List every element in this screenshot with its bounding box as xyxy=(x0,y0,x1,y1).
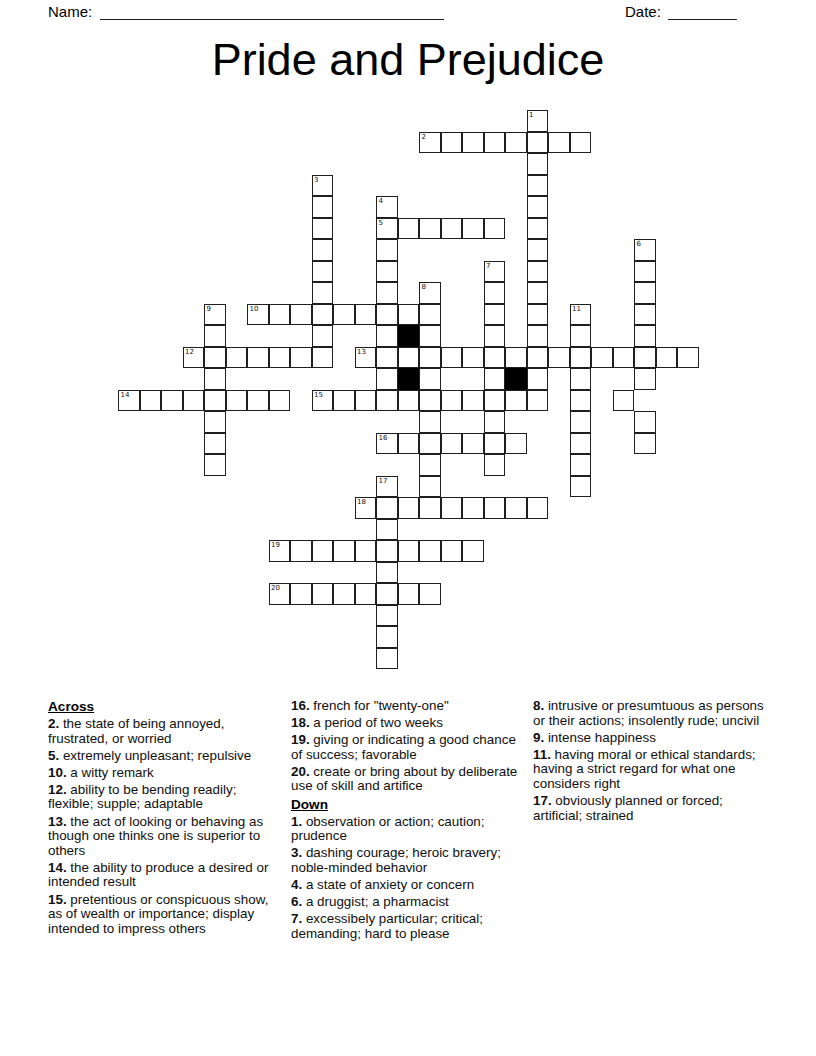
grid-cell[interactable]: 11 xyxy=(570,304,592,326)
grid-cell[interactable] xyxy=(290,304,312,326)
cell-number: 16 xyxy=(379,434,388,442)
cell-number: 15 xyxy=(314,391,323,399)
clue: 6. a druggist; a pharmacist xyxy=(291,895,527,910)
grid-cell[interactable] xyxy=(527,218,549,240)
grid-cell[interactable] xyxy=(376,626,398,648)
crossword-grid: 1234567891011121314151617181920 xyxy=(118,110,699,669)
grid-cell[interactable] xyxy=(312,218,334,240)
clue-column-3: 8. intrusive or presumtuous as persons o… xyxy=(533,699,769,826)
grid-cell[interactable] xyxy=(269,347,291,369)
grid-cell[interactable] xyxy=(312,196,334,218)
clue-number: 19. xyxy=(291,732,313,747)
grid-cell[interactable] xyxy=(634,282,656,304)
grid-cell[interactable] xyxy=(183,390,205,412)
grid-cell[interactable] xyxy=(441,390,463,412)
grid-cell[interactable] xyxy=(376,583,398,605)
grid-cell[interactable]: 9 xyxy=(204,304,226,326)
grid-cell[interactable] xyxy=(204,390,226,412)
grid-cell-black xyxy=(398,368,420,390)
grid-cell[interactable] xyxy=(570,454,592,476)
grid-cell[interactable] xyxy=(355,583,377,605)
clue: 2. the state of being annoyed, frustrate… xyxy=(48,717,284,746)
grid-cell[interactable] xyxy=(161,390,183,412)
cell-number: 20 xyxy=(271,584,280,592)
grid-cell[interactable] xyxy=(527,497,549,519)
grid-cell[interactable] xyxy=(398,497,420,519)
grid-cell-black xyxy=(505,368,527,390)
grid-cell[interactable] xyxy=(634,304,656,326)
grid-cell[interactable] xyxy=(462,433,484,455)
clue: 18. a period of two weeks xyxy=(291,716,527,731)
grid-cell[interactable]: 8 xyxy=(419,282,441,304)
grid-cell[interactable] xyxy=(290,583,312,605)
grid-cell[interactable]: 3 xyxy=(312,175,334,197)
grid-cell[interactable] xyxy=(613,390,635,412)
grid-cell[interactable] xyxy=(570,132,592,154)
grid-cell[interactable] xyxy=(376,390,398,412)
clue: 7. excessibely particular; critical; dem… xyxy=(291,912,527,941)
grid-cell[interactable] xyxy=(484,304,506,326)
cell-number: 2 xyxy=(422,133,426,141)
clue-section-header: Down xyxy=(291,797,527,812)
date-field[interactable] xyxy=(668,19,737,20)
grid-cell[interactable]: 16 xyxy=(376,433,398,455)
grid-cell[interactable] xyxy=(333,540,355,562)
grid-cell-black xyxy=(398,325,420,347)
grid-cell[interactable] xyxy=(355,304,377,326)
grid-cell[interactable]: 2 xyxy=(419,132,441,154)
grid-cell[interactable] xyxy=(505,390,527,412)
grid-cell[interactable] xyxy=(527,347,549,369)
grid-cell[interactable] xyxy=(634,347,656,369)
grid-cell[interactable] xyxy=(398,390,420,412)
clue-number: 7. xyxy=(291,911,306,926)
grid-cell[interactable] xyxy=(312,304,334,326)
clue-number: 17. xyxy=(533,793,555,808)
worksheet-title: Pride and Prejudice xyxy=(0,34,816,86)
grid-cell[interactable] xyxy=(398,583,420,605)
grid-cell[interactable] xyxy=(527,153,549,175)
grid-cell[interactable] xyxy=(484,497,506,519)
grid-cell[interactable] xyxy=(441,540,463,562)
grid-cell[interactable]: 19 xyxy=(269,540,291,562)
clue-number: 16. xyxy=(291,698,313,713)
clue: 4. a state of anxiety or concern xyxy=(291,878,527,893)
cell-number: 17 xyxy=(379,477,388,485)
date-label: Date: xyxy=(625,3,661,20)
cell-number: 11 xyxy=(572,305,581,313)
grid-cell[interactable] xyxy=(376,519,398,541)
grid-cell[interactable] xyxy=(634,411,656,433)
grid-cell[interactable] xyxy=(484,368,506,390)
cell-number: 9 xyxy=(207,305,211,313)
grid-cell[interactable] xyxy=(527,282,549,304)
grid-cell[interactable] xyxy=(419,368,441,390)
grid-cell[interactable] xyxy=(484,282,506,304)
grid-cell[interactable] xyxy=(204,411,226,433)
grid-cell[interactable] xyxy=(613,347,635,369)
grid-cell[interactable] xyxy=(441,347,463,369)
grid-cell[interactable] xyxy=(419,454,441,476)
grid-cell[interactable]: 13 xyxy=(355,347,377,369)
grid-cell[interactable] xyxy=(527,239,549,261)
grid-cell[interactable] xyxy=(312,540,334,562)
grid-cell[interactable] xyxy=(290,540,312,562)
grid-cell[interactable]: 12 xyxy=(183,347,205,369)
cell-number: 4 xyxy=(379,197,383,205)
grid-cell[interactable] xyxy=(570,325,592,347)
grid-cell[interactable] xyxy=(398,347,420,369)
grid-cell[interactable] xyxy=(376,497,398,519)
cell-number: 8 xyxy=(422,283,426,291)
grid-cell[interactable]: 1 xyxy=(527,110,549,132)
grid-cell[interactable] xyxy=(419,583,441,605)
grid-cell[interactable] xyxy=(204,347,226,369)
grid-cell[interactable] xyxy=(527,325,549,347)
clue: 20. create or bring about by deliberate … xyxy=(291,765,527,794)
clue-number: 10. xyxy=(48,765,70,780)
clue-number: 13. xyxy=(48,814,70,829)
grid-cell[interactable] xyxy=(527,368,549,390)
grid-cell[interactable] xyxy=(527,175,549,197)
clue-number: 2. xyxy=(48,716,63,731)
grid-cell[interactable]: 14 xyxy=(118,390,140,412)
grid-cell[interactable] xyxy=(226,390,248,412)
clue: 3. dashing courage; heroic bravery; nobl… xyxy=(291,846,527,875)
grid-cell[interactable] xyxy=(570,390,592,412)
clue: 15. pretentious or conspicuous show, as … xyxy=(48,893,284,937)
grid-cell[interactable] xyxy=(462,347,484,369)
clue-number: 3. xyxy=(291,845,306,860)
grid-cell[interactable] xyxy=(634,325,656,347)
cell-number: 5 xyxy=(379,219,383,227)
grid-cell[interactable] xyxy=(484,411,506,433)
grid-cell[interactable] xyxy=(204,454,226,476)
grid-cell[interactable] xyxy=(140,390,162,412)
grid-cell[interactable] xyxy=(419,411,441,433)
grid-cell[interactable] xyxy=(441,132,463,154)
grid-cell[interactable] xyxy=(505,347,527,369)
grid-cell[interactable] xyxy=(247,347,269,369)
grid-cell[interactable]: 20 xyxy=(269,583,291,605)
grid-cell[interactable] xyxy=(570,411,592,433)
grid-cell[interactable] xyxy=(333,583,355,605)
grid-cell[interactable] xyxy=(419,433,441,455)
clue-number: 14. xyxy=(48,860,70,875)
clue-section-header: Across xyxy=(48,699,284,714)
clue: 5. extremely unpleasant; repulsive xyxy=(48,749,284,764)
clue: 16. french for "twenty-one" xyxy=(291,699,527,714)
cell-number: 6 xyxy=(637,240,641,248)
grid-cell[interactable] xyxy=(398,304,420,326)
grid-cell[interactable] xyxy=(312,261,334,283)
grid-cell[interactable] xyxy=(570,476,592,498)
grid-cell[interactable] xyxy=(376,540,398,562)
cell-number: 3 xyxy=(314,176,318,184)
clue: 17. obviously planned or forced; artific… xyxy=(533,794,769,823)
clue-number: 6. xyxy=(291,894,306,909)
grid-cell[interactable] xyxy=(548,347,570,369)
grid-cell[interactable] xyxy=(376,605,398,627)
grid-cell[interactable] xyxy=(634,368,656,390)
grid-cell[interactable]: 5 xyxy=(376,218,398,240)
clue-column-2: 16. french for "twenty-one"18. a period … xyxy=(291,699,527,944)
grid-cell[interactable] xyxy=(204,368,226,390)
grid-cell[interactable] xyxy=(269,390,291,412)
clue: 13. the act of looking or behaving as th… xyxy=(48,815,284,859)
grid-cell[interactable] xyxy=(484,132,506,154)
clue-number: 20. xyxy=(291,764,313,779)
grid-cell[interactable] xyxy=(376,261,398,283)
cell-number: 14 xyxy=(121,391,130,399)
grid-cell[interactable] xyxy=(376,304,398,326)
grid-cell[interactable]: 7 xyxy=(484,261,506,283)
grid-cell[interactable] xyxy=(333,390,355,412)
grid-cell[interactable] xyxy=(462,132,484,154)
grid-cell[interactable] xyxy=(376,239,398,261)
grid-cell[interactable] xyxy=(484,325,506,347)
grid-cell[interactable]: 15 xyxy=(312,390,334,412)
grid-cell[interactable] xyxy=(312,583,334,605)
grid-cell[interactable] xyxy=(312,239,334,261)
grid-cell[interactable]: 6 xyxy=(634,239,656,261)
grid-cell[interactable] xyxy=(441,497,463,519)
clue: 14. the ability to produce a desired or … xyxy=(48,861,284,890)
clue: 12. ability to be bending readily; flexi… xyxy=(48,783,284,812)
grid-cell[interactable] xyxy=(376,282,398,304)
clue-number: 12. xyxy=(48,782,70,797)
grid-cell[interactable] xyxy=(527,390,549,412)
name-label: Name: xyxy=(48,3,92,20)
grid-cell[interactable] xyxy=(484,433,506,455)
clue: 8. intrusive or presumtuous as persons o… xyxy=(533,699,769,728)
grid-cell[interactable] xyxy=(441,433,463,455)
grid-cell[interactable] xyxy=(484,218,506,240)
grid-cell[interactable] xyxy=(376,347,398,369)
grid-cell[interactable] xyxy=(505,497,527,519)
grid-cell[interactable] xyxy=(333,304,355,326)
grid-cell[interactable] xyxy=(376,325,398,347)
grid-cell[interactable] xyxy=(462,390,484,412)
cell-number: 13 xyxy=(357,348,366,356)
grid-cell[interactable] xyxy=(376,368,398,390)
grid-cell[interactable] xyxy=(484,454,506,476)
grid-cell[interactable] xyxy=(527,261,549,283)
grid-cell[interactable] xyxy=(419,540,441,562)
grid-cell[interactable] xyxy=(355,390,377,412)
name-field[interactable] xyxy=(100,19,444,20)
grid-cell[interactable] xyxy=(419,390,441,412)
clue-number: 9. xyxy=(533,730,548,745)
grid-cell[interactable] xyxy=(419,325,441,347)
grid-cell[interactable] xyxy=(570,347,592,369)
cell-number: 12 xyxy=(185,348,194,356)
clue: 9. intense happiness xyxy=(533,731,769,746)
grid-cell[interactable] xyxy=(527,196,549,218)
grid-cell[interactable] xyxy=(419,476,441,498)
grid-cell[interactable]: 18 xyxy=(355,497,377,519)
clue-number: 5. xyxy=(48,748,63,763)
clue-number: 1. xyxy=(291,814,306,829)
grid-cell[interactable] xyxy=(312,347,334,369)
clue-number: 18. xyxy=(291,715,313,730)
grid-cell[interactable] xyxy=(462,497,484,519)
clue: 10. a witty remark xyxy=(48,766,284,781)
cell-number: 19 xyxy=(271,541,280,549)
clue: 19. giving or indicating a good chance o… xyxy=(291,733,527,762)
clue-number: 4. xyxy=(291,877,306,892)
grid-cell[interactable] xyxy=(484,390,506,412)
grid-cell[interactable] xyxy=(290,347,312,369)
grid-cell[interactable] xyxy=(462,540,484,562)
grid-cell[interactable]: 4 xyxy=(376,196,398,218)
grid-cell[interactable] xyxy=(527,132,549,154)
grid-cell[interactable] xyxy=(656,347,678,369)
grid-cell[interactable] xyxy=(591,347,613,369)
grid-cell[interactable] xyxy=(548,132,570,154)
grid-cell[interactable] xyxy=(419,347,441,369)
clue-column-1: Across2. the state of being annoyed, fru… xyxy=(48,699,284,939)
clue: 11. having moral or ethical standards; h… xyxy=(533,748,769,792)
clue-number: 8. xyxy=(533,698,548,713)
grid-cell[interactable] xyxy=(527,304,549,326)
grid-cell[interactable] xyxy=(398,433,420,455)
clue-number: 11. xyxy=(533,747,555,762)
grid-cell[interactable] xyxy=(204,325,226,347)
grid-cell[interactable] xyxy=(398,540,420,562)
grid-cell[interactable] xyxy=(419,218,441,240)
grid-cell[interactable] xyxy=(677,347,699,369)
grid-cell[interactable] xyxy=(376,648,398,670)
grid-cell[interactable]: 10 xyxy=(247,304,269,326)
cell-number: 1 xyxy=(529,111,533,119)
grid-cell[interactable] xyxy=(505,132,527,154)
grid-cell[interactable] xyxy=(484,347,506,369)
grid-cell[interactable] xyxy=(398,218,420,240)
grid-cell[interactable] xyxy=(376,562,398,584)
grid-cell[interactable] xyxy=(505,433,527,455)
cell-number: 10 xyxy=(250,305,259,313)
grid-cell[interactable] xyxy=(441,218,463,240)
clue-number: 15. xyxy=(48,892,70,907)
grid-cell[interactable] xyxy=(226,347,248,369)
grid-cell[interactable] xyxy=(204,433,226,455)
grid-cell[interactable] xyxy=(419,497,441,519)
cell-number: 7 xyxy=(486,262,490,270)
grid-cell[interactable] xyxy=(269,304,291,326)
grid-cell[interactable] xyxy=(570,433,592,455)
grid-cell[interactable] xyxy=(570,368,592,390)
clue: 1. observation or action; caution; prude… xyxy=(291,815,527,844)
grid-cell[interactable] xyxy=(312,282,334,304)
grid-cell[interactable] xyxy=(462,218,484,240)
grid-cell[interactable] xyxy=(312,325,334,347)
grid-cell[interactable] xyxy=(419,304,441,326)
grid-cell[interactable] xyxy=(355,540,377,562)
grid-cell[interactable] xyxy=(634,261,656,283)
grid-cell[interactable]: 17 xyxy=(376,476,398,498)
grid-cell[interactable] xyxy=(247,390,269,412)
grid-cell[interactable] xyxy=(634,433,656,455)
cell-number: 18 xyxy=(357,498,366,506)
